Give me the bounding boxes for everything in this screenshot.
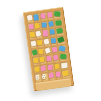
number-tile-yellow[interactable] [33, 58, 38, 64]
compartment [58, 44, 67, 53]
eight-glyph: 8 [35, 74, 40, 81]
compartment [48, 20, 55, 28]
number-tile-darkgreen[interactable] [57, 36, 64, 43]
compartment [57, 36, 66, 45]
compartment [31, 48, 38, 56]
number-tile-green[interactable] [55, 20, 61, 26]
number-tile-white[interactable] [45, 47, 51, 54]
compartment [54, 18, 63, 27]
number-tile-white[interactable] [26, 15, 32, 22]
compartment [51, 45, 58, 53]
white-number-eight-piece[interactable]: 8 [41, 74, 47, 81]
number-tile-pink[interactable] [47, 12, 53, 18]
number-tile-green[interactable] [54, 11, 60, 17]
compartment [36, 39, 43, 47]
wooden-tray: 88 [23, 7, 75, 92]
compartment [46, 55, 53, 63]
compartment [50, 37, 57, 45]
number-tile-pink[interactable] [43, 30, 48, 36]
number-tile-white[interactable] [30, 41, 36, 47]
compartment [55, 71, 62, 79]
number-tile-pink[interactable] [47, 56, 52, 62]
compartment [33, 65, 40, 73]
number-tile-yellow[interactable] [34, 67, 39, 72]
compartment [54, 62, 61, 70]
compartment [44, 46, 51, 54]
compartment [46, 11, 53, 19]
number-tile-pink[interactable] [49, 73, 55, 79]
number-tile-pink[interactable] [53, 55, 59, 62]
number-tile-green[interactable] [60, 54, 66, 59]
compartment [60, 61, 69, 70]
compartment [40, 64, 47, 72]
number-tile-pink[interactable] [28, 24, 33, 30]
compartment [35, 30, 42, 38]
compartment [27, 23, 34, 31]
number-tile-yellow[interactable] [39, 48, 44, 54]
number-tile-white[interactable] [61, 62, 68, 68]
photo-background: 88 [0, 0, 101, 101]
number-tile-blue[interactable] [34, 14, 39, 20]
number-tile-blue[interactable] [59, 45, 66, 51]
compartment [33, 13, 40, 21]
compartment [49, 28, 56, 36]
white-number-eight-piece[interactable]: 8 [35, 75, 40, 81]
number-tile-blue[interactable] [50, 29, 55, 35]
number-tile-blue[interactable] [48, 20, 54, 27]
number-tile-pink[interactable] [52, 46, 57, 52]
compartment [62, 70, 71, 79]
eight-glyph: 8 [41, 73, 48, 81]
compartment [43, 38, 50, 46]
compartment [26, 14, 33, 22]
number-tile-yellow[interactable] [54, 63, 60, 70]
number-tile-yellow[interactable] [37, 40, 42, 46]
compartment [52, 54, 59, 62]
number-tile-pink[interactable] [40, 65, 46, 72]
number-tile-pink[interactable] [56, 72, 61, 78]
compartment [32, 57, 39, 65]
number-tile-yellow[interactable] [62, 71, 69, 78]
number-tile-blue[interactable] [51, 38, 56, 43]
number-tile-yellow[interactable] [39, 57, 45, 63]
compartment [47, 63, 54, 71]
compartment [28, 31, 35, 39]
compartment [34, 22, 41, 30]
compartment [56, 27, 65, 36]
compartment [48, 72, 55, 80]
compartment [30, 40, 37, 48]
compartment [40, 12, 47, 20]
compartment [41, 21, 48, 29]
compartment [38, 47, 45, 55]
number-tile-pink[interactable] [40, 13, 45, 19]
compartment [39, 56, 46, 64]
number-tile-green[interactable] [31, 49, 37, 56]
number-tile-white[interactable] [44, 39, 50, 46]
compartment: 8 [34, 74, 41, 82]
compartment [59, 53, 68, 62]
number-tile-blue[interactable] [42, 22, 47, 27]
number-tile-yellow[interactable] [34, 22, 40, 29]
number-tile-pink[interactable] [48, 65, 53, 71]
compartment: 8 [41, 73, 48, 81]
compartment [42, 29, 49, 37]
number-tile-white[interactable] [35, 31, 41, 38]
compartment [53, 10, 62, 19]
number-tile-green[interactable] [56, 28, 63, 35]
compartment-grid: 88 [26, 10, 70, 82]
number-tile-yellow[interactable] [29, 32, 34, 38]
